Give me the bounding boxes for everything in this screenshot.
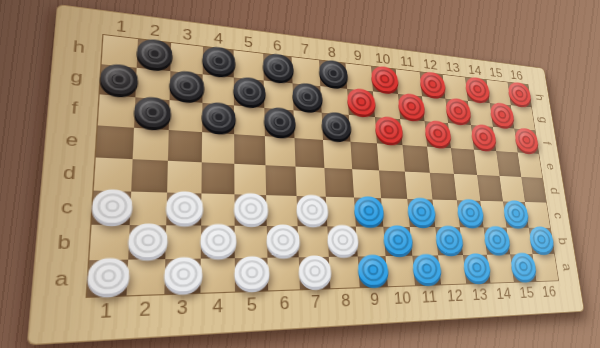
row-label-left-6: c — [60, 196, 73, 219]
checker-blue-glyph: ● — [413, 199, 430, 223]
checker-red[interactable]: ● — [374, 115, 403, 143]
checker-white-glyph: ● — [208, 225, 227, 254]
square-d5 — [234, 164, 266, 195]
col-label-bottom-9: 9 — [360, 286, 390, 309]
square-b4[interactable]: ● — [201, 226, 235, 259]
checker-blue-glyph: ● — [489, 227, 505, 251]
square-f11 — [400, 119, 427, 146]
row-label-right-8: a — [559, 263, 573, 271]
row-label-left-1: h — [72, 37, 85, 57]
checker-white[interactable]: ● — [200, 223, 236, 256]
square-h1 — [102, 35, 138, 68]
square-f4[interactable]: ● — [202, 103, 234, 134]
square-g6 — [264, 80, 294, 110]
square-g7[interactable]: ● — [293, 83, 322, 112]
square-c3[interactable]: ● — [166, 193, 201, 226]
square-e3[interactable] — [168, 130, 202, 162]
square-c4 — [201, 193, 235, 225]
checker-blue[interactable]: ● — [528, 226, 555, 252]
col-label-bottom-13: 13 — [466, 283, 493, 305]
checker-white[interactable]: ● — [127, 223, 168, 258]
checker-white-glyph: ● — [303, 196, 321, 222]
row-label-left-7: b — [57, 231, 72, 254]
square-d8[interactable] — [324, 168, 354, 198]
square-e9[interactable] — [350, 142, 379, 171]
square-e2 — [133, 128, 169, 161]
square-b13 — [460, 227, 487, 255]
square-a3[interactable]: ● — [164, 259, 200, 294]
checker-blue-glyph: ● — [418, 255, 435, 281]
square-d1 — [94, 157, 133, 191]
checker-black-glyph: ● — [271, 108, 288, 134]
square-e11[interactable] — [402, 145, 429, 173]
square-e5[interactable] — [234, 134, 265, 165]
checker-black-glyph: ● — [108, 65, 129, 93]
checker-black-glyph: ● — [240, 78, 257, 104]
square-a15[interactable]: ● — [510, 254, 536, 282]
square-c5[interactable]: ● — [234, 194, 266, 226]
checker-black[interactable]: ● — [201, 101, 235, 133]
square-d6[interactable] — [265, 165, 296, 196]
checker-white[interactable]: ● — [326, 224, 358, 254]
table-surface: 12345678910111213141516 1234567891011121… — [0, 0, 600, 348]
checker-blue-glyph: ● — [441, 227, 458, 251]
checker-black-glyph: ● — [328, 113, 345, 138]
checker-white[interactable]: ● — [165, 190, 203, 223]
checker-black-glyph: ● — [325, 61, 341, 85]
square-a7[interactable]: ● — [299, 257, 331, 289]
row-label-right-7: b — [555, 237, 569, 244]
square-h2[interactable]: ● — [137, 39, 171, 71]
checker-blue-glyph: ● — [508, 201, 524, 224]
checker-red-glyph: ● — [425, 73, 440, 95]
square-b7 — [298, 226, 329, 257]
square-a16 — [533, 254, 559, 281]
row-label-right-6: c — [551, 212, 565, 219]
square-b1 — [89, 225, 129, 260]
square-b6[interactable]: ● — [267, 226, 299, 258]
square-d4[interactable] — [201, 162, 234, 194]
checker-white-glyph: ● — [334, 226, 352, 252]
square-g11[interactable]: ● — [398, 94, 425, 121]
square-h11 — [396, 69, 422, 96]
square-d7 — [296, 167, 326, 197]
square-c12 — [432, 200, 459, 228]
square-e13[interactable] — [451, 148, 477, 175]
square-f12[interactable]: ● — [425, 121, 451, 148]
square-e6 — [265, 136, 296, 166]
checker-black[interactable]: ● — [136, 37, 173, 69]
square-h8[interactable]: ● — [319, 60, 347, 89]
checker-black-glyph: ● — [210, 47, 227, 73]
col-label-bottom-6: 6 — [268, 289, 301, 314]
square-f5 — [234, 105, 265, 136]
checker-white[interactable]: ● — [295, 194, 328, 224]
square-g4 — [202, 74, 234, 105]
col-label-bottom-10: 10 — [388, 285, 417, 308]
checker-black-glyph: ● — [299, 84, 316, 109]
checker-white-glyph: ● — [174, 193, 194, 222]
square-e12 — [427, 147, 454, 174]
checker-white[interactable]: ● — [298, 255, 332, 287]
checker-red-glyph: ● — [476, 125, 491, 147]
square-f7 — [294, 110, 323, 140]
checker-white[interactable]: ● — [163, 256, 202, 291]
checker-white-glyph: ● — [100, 191, 123, 221]
square-a5[interactable]: ● — [235, 258, 268, 292]
square-f3 — [169, 100, 203, 132]
checker-white-glyph: ● — [96, 260, 120, 292]
checker-blue[interactable]: ● — [353, 195, 384, 224]
square-h12[interactable]: ● — [420, 72, 446, 99]
checker-blue[interactable]: ● — [382, 225, 413, 254]
square-g5[interactable]: ● — [234, 77, 265, 107]
square-g2 — [135, 68, 170, 100]
square-h7 — [292, 57, 321, 86]
col-label-bottom-11: 11 — [415, 284, 443, 306]
checker-blue[interactable]: ● — [411, 253, 441, 283]
col-label-bottom-1: 1 — [85, 295, 126, 323]
square-g3[interactable]: ● — [170, 71, 203, 103]
row-label-right-2: g — [536, 116, 549, 124]
checker-red-glyph: ● — [430, 121, 446, 144]
square-c9[interactable]: ● — [354, 197, 383, 226]
square-c8 — [326, 197, 356, 227]
col-label-bottom-16: 16 — [536, 280, 561, 300]
square-a1[interactable]: ● — [87, 260, 128, 297]
square-c7[interactable]: ● — [297, 196, 328, 226]
checker-white-glyph: ● — [274, 226, 292, 253]
square-d13 — [454, 174, 480, 201]
checker-black-glyph: ● — [269, 54, 286, 79]
square-b12[interactable]: ● — [435, 227, 463, 255]
checker-blue-glyph: ● — [462, 200, 478, 224]
checker-red[interactable]: ● — [397, 92, 425, 119]
checker-blue-glyph: ● — [360, 197, 377, 222]
square-f2[interactable]: ● — [134, 97, 170, 130]
square-e4 — [202, 132, 234, 164]
row-label-left-3: f — [71, 98, 79, 119]
checker-white-glyph: ● — [242, 258, 261, 287]
square-h9 — [345, 63, 372, 91]
square-b16[interactable]: ● — [529, 228, 554, 254]
checker-red-glyph: ● — [470, 78, 485, 100]
square-d12[interactable] — [430, 173, 457, 200]
col-label-bottom-2: 2 — [125, 294, 164, 321]
col-label-bottom-3: 3 — [164, 293, 201, 320]
square-d16[interactable] — [521, 177, 546, 203]
checker-white[interactable]: ● — [90, 188, 132, 222]
checker-red-glyph: ● — [353, 89, 369, 113]
checker-red-glyph: ● — [512, 83, 526, 104]
checker-black[interactable]: ● — [292, 81, 323, 110]
square-c10 — [381, 198, 410, 227]
checker-white-glyph: ● — [172, 259, 193, 289]
col-label-bottom-8: 8 — [330, 287, 361, 311]
checker-red-glyph: ● — [376, 67, 392, 90]
square-b2[interactable]: ● — [128, 225, 166, 260]
square-e1[interactable] — [96, 125, 134, 159]
checker-white-glyph: ● — [305, 257, 323, 285]
col-label-bottom-15: 15 — [514, 281, 539, 302]
checker-blue-glyph: ● — [515, 254, 531, 278]
row-label-right-1: h — [532, 93, 545, 101]
square-h5 — [234, 50, 264, 80]
square-f13 — [448, 123, 474, 150]
square-e8 — [323, 140, 352, 169]
checker-white[interactable]: ● — [233, 192, 267, 224]
checker-blue[interactable]: ● — [406, 197, 436, 225]
square-f6[interactable]: ● — [264, 108, 294, 138]
col-label-bottom-12: 12 — [441, 284, 468, 306]
square-c2 — [130, 192, 167, 226]
square-f9 — [349, 115, 377, 143]
square-f16[interactable]: ● — [514, 129, 538, 154]
col-label-bottom-4: 4 — [200, 292, 235, 318]
square-b5 — [235, 226, 268, 258]
square-a4 — [200, 258, 235, 293]
checker-black-glyph: ● — [144, 40, 164, 67]
square-a6 — [267, 257, 299, 290]
checker-white[interactable]: ● — [86, 257, 130, 294]
checker-blue-glyph: ● — [533, 228, 549, 251]
square-g12 — [422, 96, 448, 123]
col-label-bottom-5: 5 — [235, 290, 269, 316]
checker-blue[interactable]: ● — [357, 254, 389, 285]
square-e10 — [377, 143, 405, 171]
square-d3 — [167, 161, 202, 194]
checker-black[interactable]: ● — [133, 95, 171, 128]
checker-black[interactable]: ● — [233, 75, 266, 106]
square-e16 — [518, 152, 543, 177]
square-g10 — [373, 91, 400, 119]
checker-red[interactable]: ● — [370, 65, 399, 93]
row-label-right-5: d — [547, 187, 561, 194]
square-a2 — [127, 259, 166, 295]
checker-blue-glyph: ● — [468, 255, 484, 280]
square-h3 — [170, 43, 203, 74]
square-d10[interactable] — [379, 170, 407, 198]
square-c1[interactable]: ● — [92, 191, 132, 225]
square-a11[interactable]: ● — [412, 255, 441, 285]
checker-black[interactable]: ● — [202, 45, 235, 76]
square-h6[interactable]: ● — [263, 54, 292, 84]
checkers-board: 12345678910111213141516 1234567891011121… — [27, 4, 585, 346]
square-b3 — [165, 225, 201, 259]
col-label-bottom-14: 14 — [490, 282, 516, 303]
checker-red-glyph: ● — [381, 117, 397, 141]
checker-blue-glyph: ● — [364, 256, 382, 283]
checker-red-glyph: ● — [450, 99, 465, 121]
row-label-left-5: d — [62, 162, 76, 184]
square-c11[interactable]: ● — [407, 199, 435, 227]
square-h4[interactable]: ● — [203, 47, 234, 78]
checker-red-glyph: ● — [494, 103, 509, 125]
square-b9 — [356, 227, 386, 257]
row-label-left-2: g — [70, 67, 84, 88]
row-label-left-4: e — [65, 129, 79, 151]
checker-red[interactable]: ● — [346, 87, 376, 115]
square-g8 — [320, 86, 348, 115]
square-f8[interactable]: ● — [322, 113, 351, 142]
square-f1 — [98, 94, 136, 127]
checker-black[interactable]: ● — [318, 58, 348, 87]
square-b11 — [410, 227, 438, 256]
square-a10 — [386, 256, 415, 287]
square-b14[interactable]: ● — [484, 227, 511, 254]
checker-white-glyph: ● — [241, 194, 259, 221]
checker-red-glyph: ● — [403, 94, 419, 117]
square-d2[interactable] — [131, 159, 168, 192]
col-label-bottom-7: 7 — [300, 288, 332, 312]
square-h10[interactable]: ● — [371, 66, 398, 93]
checker-black[interactable]: ● — [263, 106, 295, 136]
checker-black[interactable]: ● — [321, 111, 352, 140]
checker-white-glyph: ● — [137, 225, 159, 255]
square-g13[interactable]: ● — [445, 99, 471, 125]
checker-black[interactable]: ● — [99, 62, 138, 95]
square-c16 — [525, 202, 550, 228]
checker-white[interactable]: ● — [266, 224, 300, 256]
row-label-left-8: a — [54, 267, 69, 291]
square-e7[interactable] — [294, 138, 324, 168]
square-a9[interactable]: ● — [358, 256, 388, 287]
square-g9[interactable]: ● — [347, 89, 375, 117]
square-a8 — [329, 256, 360, 288]
square-b10[interactable]: ● — [383, 227, 412, 256]
checker-red-glyph: ● — [519, 129, 534, 150]
checker-black[interactable]: ● — [262, 52, 293, 82]
row-label-right-3: f — [540, 141, 553, 145]
square-c6 — [266, 195, 298, 226]
square-g16 — [511, 105, 535, 130]
checker-black-glyph: ● — [142, 98, 162, 126]
square-a13[interactable]: ● — [463, 255, 490, 284]
checker-blue-glyph: ● — [389, 227, 406, 252]
square-g1[interactable]: ● — [100, 64, 137, 97]
square-f10[interactable]: ● — [375, 117, 403, 145]
square-d11 — [405, 172, 433, 200]
square-a12 — [438, 255, 466, 284]
square-d9 — [352, 169, 381, 198]
square-c13[interactable]: ● — [457, 200, 484, 227]
checker-white[interactable]: ● — [234, 255, 270, 289]
square-b8[interactable]: ● — [327, 226, 357, 256]
square-h16[interactable]: ● — [507, 82, 531, 107]
checker-black-glyph: ● — [177, 72, 196, 99]
checker-black-glyph: ● — [209, 103, 227, 130]
checker-black[interactable]: ● — [168, 69, 203, 101]
row-label-right-4: e — [543, 163, 557, 171]
